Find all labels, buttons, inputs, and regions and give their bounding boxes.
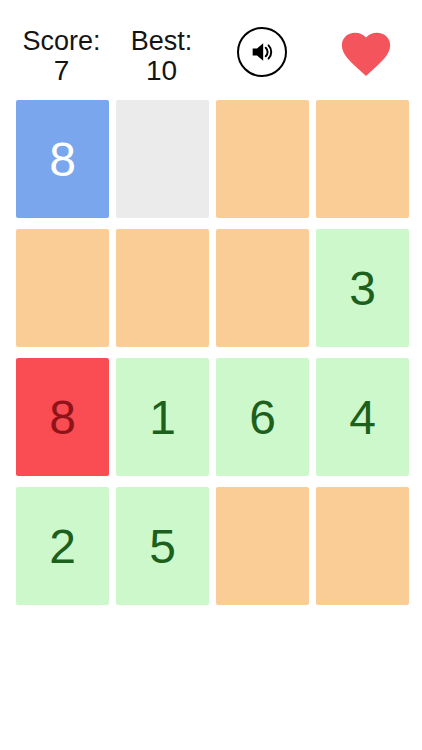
score-display: Score: 7 xyxy=(0,26,123,85)
best-display: Best: 10 xyxy=(110,26,213,85)
tile-r4c4-empty[interactable] xyxy=(316,487,409,605)
tile-r2c2-empty[interactable] xyxy=(116,229,209,347)
tile-r1c3-empty[interactable] xyxy=(216,100,309,218)
tile-r3c1-value-8[interactable]: 8 xyxy=(16,358,109,476)
speaker-on-icon xyxy=(248,38,276,66)
tile-r4c3-empty[interactable] xyxy=(216,487,309,605)
header: Score: 7 Best: 10 xyxy=(0,0,422,100)
tile-r2c1-empty[interactable] xyxy=(16,229,109,347)
score-label: Score: xyxy=(0,26,123,56)
tile-r4c2-value-5[interactable]: 5 xyxy=(116,487,209,605)
tile-r3c3-value-6[interactable]: 6 xyxy=(216,358,309,476)
game-screen: Score: 7 Best: 10 83816425 xyxy=(0,0,422,750)
heart-button[interactable] xyxy=(333,25,399,83)
tile-r1c2-empty[interactable] xyxy=(116,100,209,218)
sound-button[interactable] xyxy=(237,27,287,77)
tile-r1c1-value-8[interactable]: 8 xyxy=(16,100,109,218)
tile-r2c3-empty[interactable] xyxy=(216,229,309,347)
best-label: Best: xyxy=(110,26,213,56)
score-value: 7 xyxy=(0,56,123,85)
tile-r1c4-empty[interactable] xyxy=(316,100,409,218)
heart-icon xyxy=(333,25,399,83)
tile-r3c4-value-4[interactable]: 4 xyxy=(316,358,409,476)
tile-r4c1-value-2[interactable]: 2 xyxy=(16,487,109,605)
best-value: 10 xyxy=(110,56,213,85)
game-board: 83816425 xyxy=(16,100,409,605)
tile-r3c2-value-1[interactable]: 1 xyxy=(116,358,209,476)
tile-r2c4-value-3[interactable]: 3 xyxy=(316,229,409,347)
